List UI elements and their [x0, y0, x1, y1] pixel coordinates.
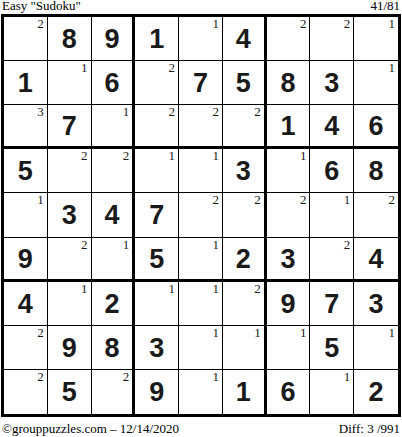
given-digit: 3 [369, 289, 384, 318]
puzzle-page: Easy "Sudoku" 41/81 28911422111627583137… [0, 0, 402, 437]
sudoku-cell-r6c7[interactable]: 3 [267, 238, 311, 282]
sudoku-cell-r7c4[interactable]: 1 [135, 282, 179, 326]
given-digit: 3 [62, 200, 77, 229]
given-digit: 1 [149, 24, 164, 53]
pencil-mark: 1 [212, 282, 219, 296]
pencil-mark: 2 [169, 105, 176, 119]
pencil-mark: 1 [344, 370, 351, 384]
given-digit: 5 [18, 156, 33, 185]
given-digit: 6 [369, 111, 384, 140]
sudoku-cell-r7c2[interactable]: 1 [48, 282, 92, 326]
pencil-mark: 1 [389, 326, 396, 340]
sudoku-board: 2891142211162758313712221465221131681347… [1, 14, 401, 417]
pencil-mark: 2 [37, 370, 44, 384]
sudoku-cell-r2c4[interactable]: 2 [135, 61, 179, 105]
sudoku-cell-r2c7[interactable]: 8 [267, 61, 311, 105]
given-digit: 4 [104, 200, 119, 229]
given-digit: 9 [18, 244, 33, 273]
sudoku-cell-r5c8[interactable]: 1 [310, 193, 354, 237]
pencil-mark: 1 [123, 105, 130, 119]
sudoku-cell-r1c8[interactable]: 2 [310, 17, 354, 61]
sudoku-cell-r9c5[interactable]: 1 [179, 370, 223, 414]
sudoku-cell-r9c6[interactable]: 1 [223, 370, 267, 414]
sudoku-cell-r1c6[interactable]: 4 [223, 17, 267, 61]
pencil-mark: 1 [300, 149, 307, 163]
pencil-mark: 1 [169, 149, 176, 163]
sudoku-cell-r5c3[interactable]: 4 [92, 193, 136, 237]
sudoku-cell-r6c8[interactable]: 2 [310, 238, 354, 282]
pencil-mark: 1 [300, 326, 307, 340]
given-digit: 8 [62, 24, 77, 53]
sudoku-cell-r1c9[interactable]: 1 [354, 17, 398, 61]
pencil-mark: 2 [81, 149, 88, 163]
sudoku-cell-r1c1[interactable]: 2 [4, 17, 48, 61]
sudoku-cell-r5c7[interactable]: 2 [267, 193, 311, 237]
sudoku-cell-r3c8[interactable]: 4 [310, 105, 354, 149]
sudoku-cell-r2c1[interactable]: 1 [4, 61, 48, 105]
given-digit: 3 [149, 333, 164, 362]
sudoku-cell-r4c8[interactable]: 6 [310, 149, 354, 193]
pencil-mark: 2 [389, 193, 396, 207]
given-digit: 4 [18, 289, 33, 318]
sudoku-cell-r3c1[interactable]: 3 [4, 105, 48, 149]
pencil-mark: 1 [81, 282, 88, 296]
sudoku-cell-r5c1[interactable]: 1 [4, 193, 48, 237]
sudoku-cell-r3c9[interactable]: 6 [354, 105, 398, 149]
given-digit: 4 [236, 24, 251, 53]
given-digit: 8 [369, 156, 384, 185]
sudoku-cell-r5c6[interactable]: 2 [223, 193, 267, 237]
pencil-mark: 2 [254, 282, 261, 296]
sudoku-cell-r8c6[interactable]: 1 [223, 326, 267, 370]
given-digit: 7 [62, 111, 77, 140]
pencil-mark: 1 [212, 326, 219, 340]
given-digit: 1 [236, 377, 251, 406]
sudoku-cell-r2c5[interactable]: 7 [179, 61, 223, 105]
sudoku-cell-r9c2[interactable]: 5 [48, 370, 92, 414]
given-digit: 7 [149, 200, 164, 229]
sudoku-cell-r1c2[interactable]: 8 [48, 17, 92, 61]
pencil-mark: 2 [254, 105, 261, 119]
pencil-mark: 2 [123, 149, 130, 163]
sudoku-cell-r2c8[interactable]: 3 [310, 61, 354, 105]
sudoku-cell-r3c5[interactable]: 2 [179, 105, 223, 149]
pencil-mark: 1 [389, 61, 396, 75]
sudoku-cell-r6c2[interactable]: 2 [48, 238, 92, 282]
given-digit: 9 [104, 24, 119, 53]
given-digit: 8 [104, 333, 119, 362]
pencil-mark: 1 [123, 238, 130, 252]
sudoku-cell-r4c2[interactable]: 2 [48, 149, 92, 193]
sudoku-cell-r9c9[interactable]: 2 [354, 370, 398, 414]
given-digit: 8 [281, 68, 296, 97]
sudoku-cell-r6c1[interactable]: 9 [4, 238, 48, 282]
sudoku-cell-r7c3[interactable]: 2 [92, 282, 136, 326]
sudoku-cell-r3c6[interactable]: 2 [223, 105, 267, 149]
sudoku-cell-r4c1[interactable]: 5 [4, 149, 48, 193]
pencil-mark: 1 [212, 238, 219, 252]
sudoku-cell-r4c9[interactable]: 8 [354, 149, 398, 193]
pencil-mark: 2 [254, 193, 261, 207]
sudoku-cell-r2c6[interactable]: 5 [223, 61, 267, 105]
sudoku-cell-r7c5[interactable]: 1 [179, 282, 223, 326]
sudoku-cell-r6c9[interactable]: 4 [354, 238, 398, 282]
given-digit: 7 [324, 289, 339, 318]
sudoku-cell-r4c7[interactable]: 1 [267, 149, 311, 193]
header: Easy "Sudoku" 41/81 [2, 0, 400, 14]
sudoku-cell-r9c4[interactable]: 9 [135, 370, 179, 414]
sudoku-cell-r4c4[interactable]: 1 [135, 149, 179, 193]
pencil-mark: 2 [212, 105, 219, 119]
sudoku-cell-r9c8[interactable]: 1 [310, 370, 354, 414]
given-digit: 9 [281, 289, 296, 318]
pencil-mark: 1 [37, 193, 44, 207]
given-digit: 2 [104, 289, 119, 318]
given-digit: 4 [324, 111, 339, 140]
pencil-mark: 2 [81, 238, 88, 252]
sudoku-cell-r8c5[interactable]: 1 [179, 326, 223, 370]
given-digit: 9 [62, 333, 77, 362]
sudoku-cell-r8c8[interactable]: 5 [310, 326, 354, 370]
given-digit: 1 [281, 111, 296, 140]
given-digit: 3 [281, 244, 296, 273]
pencil-mark: 2 [169, 61, 176, 75]
sudoku-cell-r2c9[interactable]: 1 [354, 61, 398, 105]
sudoku-cell-r2c3[interactable]: 6 [92, 61, 136, 105]
sudoku-cell-r3c3[interactable]: 1 [92, 105, 136, 149]
sudoku-cell-r5c9[interactable]: 2 [354, 193, 398, 237]
sudoku-cell-r7c8[interactable]: 7 [310, 282, 354, 326]
sudoku-cell-r1c4[interactable]: 1 [135, 17, 179, 61]
sudoku-cell-r3c4[interactable]: 2 [135, 105, 179, 149]
sudoku-cell-r8c2[interactable]: 9 [48, 326, 92, 370]
sudoku-cell-r4c6[interactable]: 3 [223, 149, 267, 193]
given-digit: 2 [236, 244, 251, 273]
sudoku-cell-r4c5[interactable]: 1 [179, 149, 223, 193]
sudoku-cell-r5c4[interactable]: 7 [135, 193, 179, 237]
footer: ©grouppuzzles.com – 12/14/2020 Diff: 3 /… [2, 419, 400, 436]
pencil-mark: 2 [300, 17, 307, 31]
pencil-mark: 2 [212, 193, 219, 207]
sudoku-cell-r5c5[interactable]: 2 [179, 193, 223, 237]
pencil-mark: 1 [389, 17, 396, 31]
puzzle-title: Easy "Sudoku" [2, 0, 81, 13]
given-digit: 6 [281, 377, 296, 406]
given-digit: 5 [149, 244, 164, 273]
pencil-mark: 2 [344, 238, 351, 252]
sudoku-cell-r3c7[interactable]: 1 [267, 105, 311, 149]
sudoku-cell-r2c2[interactable]: 1 [48, 61, 92, 105]
pencil-mark: 1 [212, 17, 219, 31]
sudoku-cell-r8c3[interactable]: 8 [92, 326, 136, 370]
sudoku-cell-r8c4[interactable]: 3 [135, 326, 179, 370]
sudoku-cell-r1c5[interactable]: 1 [179, 17, 223, 61]
pencil-mark: 1 [344, 193, 351, 207]
sudoku-cell-r1c7[interactable]: 2 [267, 17, 311, 61]
sudoku-cell-r6c5[interactable]: 1 [179, 238, 223, 282]
sudoku-cell-r5c2[interactable]: 3 [48, 193, 92, 237]
sudoku-cell-r6c6[interactable]: 2 [223, 238, 267, 282]
given-digit: 3 [236, 156, 251, 185]
sudoku-cell-r8c7[interactable]: 1 [267, 326, 311, 370]
difficulty-text: Diff: 3 /991 [339, 421, 400, 436]
pencil-mark: 1 [212, 370, 219, 384]
sudoku-cell-r9c3[interactable]: 2 [92, 370, 136, 414]
copyright-text: ©grouppuzzles.com – 12/14/2020 [2, 421, 179, 436]
given-digit: 5 [62, 377, 77, 406]
sudoku-cell-r7c7[interactable]: 9 [267, 282, 311, 326]
sudoku-cell-r7c9[interactable]: 3 [354, 282, 398, 326]
pencil-mark: 2 [37, 326, 44, 340]
pencil-mark: 1 [254, 326, 261, 340]
given-digit: 1 [18, 68, 33, 97]
sudoku-cell-r6c4[interactable]: 5 [135, 238, 179, 282]
sudoku-cell-r7c6[interactable]: 2 [223, 282, 267, 326]
given-digit: 2 [369, 377, 384, 406]
given-digit: 6 [104, 68, 119, 97]
given-digit: 9 [149, 377, 164, 406]
pencil-mark: 2 [300, 193, 307, 207]
pencil-mark: 2 [37, 17, 44, 31]
pencil-mark: 1 [212, 149, 219, 163]
sudoku-cell-r4c3[interactable]: 2 [92, 149, 136, 193]
sudoku-cell-r3c2[interactable]: 7 [48, 105, 92, 149]
given-digit: 7 [193, 68, 208, 97]
given-digit: 3 [324, 68, 339, 97]
progress-counter: 41/81 [370, 0, 400, 13]
sudoku-cell-r9c7[interactable]: 6 [267, 370, 311, 414]
sudoku-cell-r9c1[interactable]: 2 [4, 370, 48, 414]
sudoku-cell-r6c3[interactable]: 1 [92, 238, 136, 282]
given-digit: 4 [369, 244, 384, 273]
sudoku-cell-r1c3[interactable]: 9 [92, 17, 136, 61]
pencil-mark: 1 [81, 61, 88, 75]
pencil-mark: 3 [37, 105, 44, 119]
given-digit: 5 [324, 333, 339, 362]
pencil-mark: 2 [344, 17, 351, 31]
sudoku-cell-r8c9[interactable]: 1 [354, 326, 398, 370]
pencil-mark: 2 [123, 370, 130, 384]
sudoku-cell-r8c1[interactable]: 2 [4, 326, 48, 370]
given-digit: 6 [324, 156, 339, 185]
given-digit: 5 [236, 68, 251, 97]
sudoku-cell-r7c1[interactable]: 4 [4, 282, 48, 326]
pencil-mark: 1 [169, 282, 176, 296]
